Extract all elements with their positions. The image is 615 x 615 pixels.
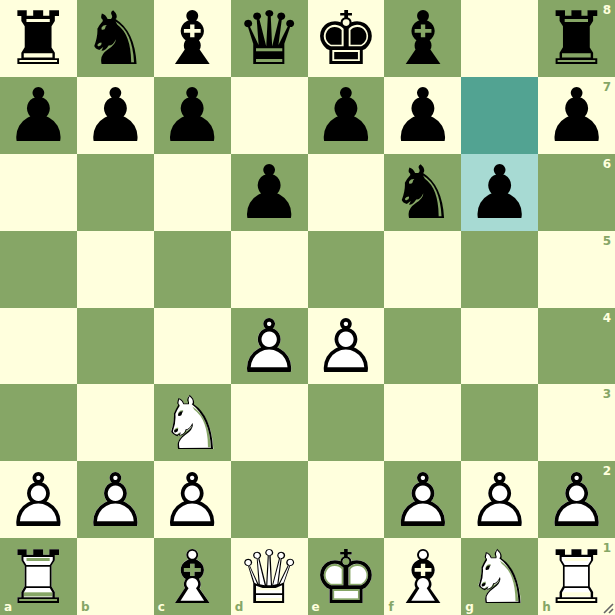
piece-fill-glyph: ♟ xyxy=(384,77,461,154)
square-f6[interactable]: ♞ xyxy=(384,154,461,231)
square-h5[interactable]: 5 xyxy=(538,231,615,308)
square-c2[interactable]: ♟♙ xyxy=(154,461,231,538)
square-a8[interactable]: ♜ xyxy=(0,0,77,77)
white-king[interactable]: ♚♔ xyxy=(308,538,385,615)
white-pawn[interactable]: ♟♙ xyxy=(461,461,538,538)
piece-outline-glyph: ♗ xyxy=(384,538,461,615)
square-c7[interactable]: ♟ xyxy=(154,77,231,154)
black-pawn[interactable]: ♟ xyxy=(0,77,77,154)
piece-outline-glyph: ♙ xyxy=(308,308,385,385)
square-a6[interactable] xyxy=(0,154,77,231)
square-b1[interactable]: b xyxy=(77,538,154,615)
square-f7[interactable]: ♟ xyxy=(384,77,461,154)
square-e8[interactable]: ♚ xyxy=(308,0,385,77)
white-rook[interactable]: ♜♖ xyxy=(0,538,77,615)
piece-fill-glyph: ♜ xyxy=(538,0,615,77)
piece-fill-glyph: ♟ xyxy=(0,77,77,154)
square-e3[interactable] xyxy=(308,384,385,461)
piece-fill-glyph: ♚ xyxy=(308,0,385,77)
square-a4[interactable] xyxy=(0,308,77,385)
square-b6[interactable] xyxy=(77,154,154,231)
square-c8[interactable]: ♝ xyxy=(154,0,231,77)
piece-fill-glyph: ♟ xyxy=(461,154,538,231)
white-knight[interactable]: ♞♘ xyxy=(461,538,538,615)
black-knight[interactable]: ♞ xyxy=(384,154,461,231)
black-pawn[interactable]: ♟ xyxy=(77,77,154,154)
piece-outline-glyph: ♙ xyxy=(231,308,308,385)
piece-fill-glyph: ♟ xyxy=(154,77,231,154)
square-d7[interactable] xyxy=(231,77,308,154)
square-f8[interactable]: ♝ xyxy=(384,0,461,77)
square-b4[interactable] xyxy=(77,308,154,385)
square-e4[interactable]: ♟♙ xyxy=(308,308,385,385)
piece-fill-glyph: ♟ xyxy=(231,154,308,231)
square-c6[interactable] xyxy=(154,154,231,231)
square-d3[interactable] xyxy=(231,384,308,461)
square-g3[interactable] xyxy=(461,384,538,461)
square-g5[interactable] xyxy=(461,231,538,308)
square-f1[interactable]: ♝♗f xyxy=(384,538,461,615)
black-pawn[interactable]: ♟ xyxy=(461,154,538,231)
square-h8[interactable]: ♜8 xyxy=(538,0,615,77)
rank-label-6: 6 xyxy=(603,157,611,171)
square-e2[interactable] xyxy=(308,461,385,538)
square-c5[interactable] xyxy=(154,231,231,308)
square-c3[interactable]: ♞♘ xyxy=(154,384,231,461)
black-rook[interactable]: ♜ xyxy=(0,0,77,77)
piece-fill-glyph: ♞ xyxy=(77,0,154,77)
square-d2[interactable] xyxy=(231,461,308,538)
square-d8[interactable]: ♛ xyxy=(231,0,308,77)
square-c4[interactable] xyxy=(154,308,231,385)
piece-fill-glyph: ♞ xyxy=(384,154,461,231)
white-pawn[interactable]: ♟♙ xyxy=(0,461,77,538)
white-bishop[interactable]: ♝♗ xyxy=(384,538,461,615)
black-pawn[interactable]: ♟ xyxy=(308,77,385,154)
piece-outline-glyph: ♙ xyxy=(538,461,615,538)
black-pawn[interactable]: ♟ xyxy=(384,77,461,154)
square-a1[interactable]: ♜♖a xyxy=(0,538,77,615)
square-f3[interactable] xyxy=(384,384,461,461)
square-g4[interactable] xyxy=(461,308,538,385)
piece-outline-glyph: ♙ xyxy=(0,461,77,538)
black-pawn[interactable]: ♟ xyxy=(231,154,308,231)
square-h2[interactable]: ♟♙2 xyxy=(538,461,615,538)
piece-outline-glyph: ♔ xyxy=(308,538,385,615)
square-a5[interactable] xyxy=(0,231,77,308)
piece-outline-glyph: ♙ xyxy=(461,461,538,538)
square-e1[interactable]: ♚♔e xyxy=(308,538,385,615)
piece-fill-glyph: ♝ xyxy=(384,0,461,77)
white-pawn[interactable]: ♟♙ xyxy=(154,461,231,538)
piece-fill-glyph: ♜ xyxy=(0,0,77,77)
square-d5[interactable] xyxy=(231,231,308,308)
square-b2[interactable]: ♟♙ xyxy=(77,461,154,538)
piece-outline-glyph: ♕ xyxy=(231,538,308,615)
white-bishop[interactable]: ♝♗ xyxy=(154,538,231,615)
square-e6[interactable] xyxy=(308,154,385,231)
piece-outline-glyph: ♘ xyxy=(154,384,231,461)
square-b7[interactable]: ♟ xyxy=(77,77,154,154)
piece-fill-glyph: ♟ xyxy=(308,77,385,154)
square-a2[interactable]: ♟♙ xyxy=(0,461,77,538)
square-h3[interactable]: 3 xyxy=(538,384,615,461)
black-pawn[interactable]: ♟ xyxy=(154,77,231,154)
square-b3[interactable] xyxy=(77,384,154,461)
square-e7[interactable]: ♟ xyxy=(308,77,385,154)
square-h4[interactable]: 4 xyxy=(538,308,615,385)
white-pawn[interactable]: ♟♙ xyxy=(384,461,461,538)
square-f4[interactable] xyxy=(384,308,461,385)
square-g8[interactable] xyxy=(461,0,538,77)
white-pawn[interactable]: ♟♙ xyxy=(77,461,154,538)
square-h7[interactable]: ♟7 xyxy=(538,77,615,154)
piece-fill-glyph: ♛ xyxy=(231,0,308,77)
black-rook[interactable]: ♜ xyxy=(538,0,615,77)
piece-outline-glyph: ♘ xyxy=(461,538,538,615)
square-d1[interactable]: ♛♕d xyxy=(231,538,308,615)
square-a7[interactable]: ♟ xyxy=(0,77,77,154)
white-queen[interactable]: ♛♕ xyxy=(231,538,308,615)
piece-outline-glyph: ♙ xyxy=(154,461,231,538)
black-bishop[interactable]: ♝ xyxy=(154,0,231,77)
square-h6[interactable]: 6 xyxy=(538,154,615,231)
piece-outline-glyph: ♙ xyxy=(384,461,461,538)
board-resize-handle[interactable] xyxy=(600,600,614,614)
square-d4[interactable]: ♟♙ xyxy=(231,308,308,385)
square-c1[interactable]: ♝♗c xyxy=(154,538,231,615)
white-pawn[interactable]: ♟♙ xyxy=(538,461,615,538)
piece-fill-glyph: ♝ xyxy=(154,0,231,77)
square-f2[interactable]: ♟♙ xyxy=(384,461,461,538)
square-g1[interactable]: ♞♘g xyxy=(461,538,538,615)
black-knight[interactable]: ♞ xyxy=(77,0,154,77)
chess-board: ♜♞♝♛♚♝♜8♟♟♟♟♟♟7♟♞♟65♟♙♟♙4♞♘3♟♙♟♙♟♙♟♙♟♙♟♙… xyxy=(0,0,615,615)
square-g7[interactable] xyxy=(461,77,538,154)
square-f5[interactable] xyxy=(384,231,461,308)
square-g6[interactable]: ♟ xyxy=(461,154,538,231)
black-bishop[interactable]: ♝ xyxy=(384,0,461,77)
square-d6[interactable]: ♟ xyxy=(231,154,308,231)
square-b8[interactable]: ♞ xyxy=(77,0,154,77)
piece-outline-glyph: ♗ xyxy=(154,538,231,615)
piece-outline-glyph: ♙ xyxy=(77,461,154,538)
rank-label-3: 3 xyxy=(603,387,611,401)
square-g2[interactable]: ♟♙ xyxy=(461,461,538,538)
white-pawn[interactable]: ♟♙ xyxy=(231,308,308,385)
file-label-b: b xyxy=(81,600,90,614)
black-queen[interactable]: ♛ xyxy=(231,0,308,77)
piece-fill-glyph: ♟ xyxy=(538,77,615,154)
black-pawn[interactable]: ♟ xyxy=(538,77,615,154)
white-pawn[interactable]: ♟♙ xyxy=(308,308,385,385)
square-e5[interactable] xyxy=(308,231,385,308)
rank-label-4: 4 xyxy=(603,311,611,325)
piece-outline-glyph: ♖ xyxy=(0,538,77,615)
black-king[interactable]: ♚ xyxy=(308,0,385,77)
square-b5[interactable] xyxy=(77,231,154,308)
piece-fill-glyph: ♟ xyxy=(77,77,154,154)
square-a3[interactable] xyxy=(0,384,77,461)
rank-label-5: 5 xyxy=(603,234,611,248)
white-knight[interactable]: ♞♘ xyxy=(154,384,231,461)
